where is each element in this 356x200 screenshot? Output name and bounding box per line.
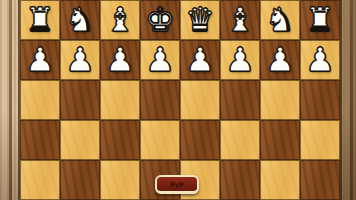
square-c4[interactable] — [220, 120, 260, 160]
square-h3[interactable] — [20, 80, 60, 120]
chess-board: ♜♞♝♚♛♝♞♜♟♟♟♟♟♟♟♟ — [20, 0, 340, 200]
square-b5[interactable] — [260, 160, 300, 200]
square-a2[interactable]: ♟ — [300, 40, 340, 80]
square-f2[interactable]: ♟ — [100, 40, 140, 80]
square-h2[interactable]: ♟ — [20, 40, 60, 80]
square-c2[interactable]: ♟ — [220, 40, 260, 80]
square-f5[interactable] — [100, 160, 140, 200]
square-h5[interactable] — [20, 160, 60, 200]
square-b3[interactable] — [260, 80, 300, 120]
piece-white-rook[interactable]: ♜ — [25, 0, 55, 40]
piece-white-king[interactable]: ♚ — [145, 0, 175, 40]
square-e2[interactable]: ♟ — [140, 40, 180, 80]
square-c5[interactable] — [220, 160, 260, 200]
wood-plank-seam-right — [350, 0, 353, 200]
square-c1[interactable]: ♝ — [220, 0, 260, 40]
square-g5[interactable] — [60, 160, 100, 200]
square-d3[interactable] — [180, 80, 220, 120]
square-g2[interactable]: ♟ — [60, 40, 100, 80]
square-f4[interactable] — [100, 120, 140, 160]
piece-white-knight[interactable]: ♞ — [65, 0, 95, 40]
square-h1[interactable]: ♜ — [20, 0, 60, 40]
square-h4[interactable] — [20, 120, 60, 160]
piece-white-pawn[interactable]: ♟ — [185, 40, 215, 80]
square-a1[interactable]: ♜ — [300, 0, 340, 40]
square-b4[interactable] — [260, 120, 300, 160]
piece-white-pawn[interactable]: ♟ — [105, 40, 135, 80]
piece-white-queen[interactable]: ♛ — [185, 0, 215, 40]
piece-white-bishop[interactable]: ♝ — [225, 0, 255, 40]
square-f3[interactable] — [100, 80, 140, 120]
square-g1[interactable]: ♞ — [60, 0, 100, 40]
piece-white-bishop[interactable]: ♝ — [105, 0, 135, 40]
square-b1[interactable]: ♞ — [260, 0, 300, 40]
piece-white-pawn[interactable]: ♟ — [65, 40, 95, 80]
piece-white-rook[interactable]: ♜ — [305, 0, 335, 40]
pvp-button-label: PvP — [170, 181, 184, 188]
piece-white-pawn[interactable]: ♟ — [145, 40, 175, 80]
square-a3[interactable] — [300, 80, 340, 120]
piece-white-pawn[interactable]: ♟ — [225, 40, 255, 80]
piece-white-pawn[interactable]: ♟ — [265, 40, 295, 80]
square-e3[interactable] — [140, 80, 180, 120]
square-d1[interactable]: ♛ — [180, 0, 220, 40]
square-d4[interactable] — [180, 120, 220, 160]
square-g3[interactable] — [60, 80, 100, 120]
square-c3[interactable] — [220, 80, 260, 120]
square-e1[interactable]: ♚ — [140, 0, 180, 40]
chess-app-screen: ♜♞♝♚♛♝♞♜♟♟♟♟♟♟♟♟ PvP — [0, 0, 356, 200]
square-b2[interactable]: ♟ — [260, 40, 300, 80]
piece-white-pawn[interactable]: ♟ — [25, 40, 55, 80]
square-a4[interactable] — [300, 120, 340, 160]
piece-white-pawn[interactable]: ♟ — [305, 40, 335, 80]
square-e4[interactable] — [140, 120, 180, 160]
piece-white-knight[interactable]: ♞ — [265, 0, 295, 40]
square-a5[interactable] — [300, 160, 340, 200]
square-f1[interactable]: ♝ — [100, 0, 140, 40]
wood-plank-seam-left — [9, 0, 12, 200]
square-d2[interactable]: ♟ — [180, 40, 220, 80]
pvp-button[interactable]: PvP — [155, 175, 199, 194]
square-g4[interactable] — [60, 120, 100, 160]
